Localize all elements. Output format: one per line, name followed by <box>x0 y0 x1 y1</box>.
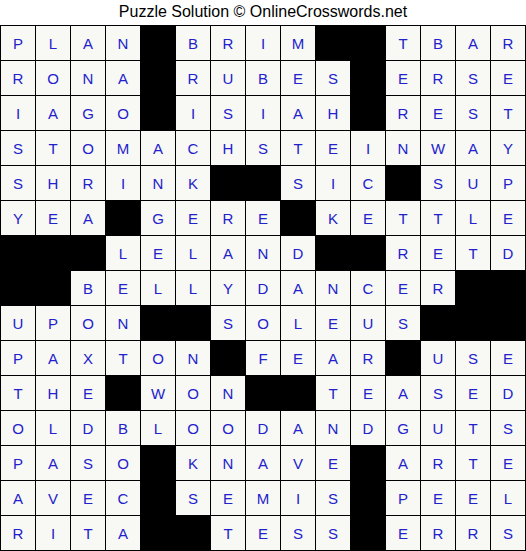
black-cell <box>386 341 420 375</box>
letter-cell: S <box>316 61 350 95</box>
letter-cell: B <box>421 26 455 60</box>
letter-cell: N <box>246 236 280 270</box>
letter-cell: A <box>36 341 70 375</box>
letter-cell: G <box>71 96 105 130</box>
letter-cell: R <box>386 96 420 130</box>
letter-cell: D <box>281 236 315 270</box>
letter-cell: D <box>351 411 385 445</box>
letter-cell: S <box>1 166 35 200</box>
letter-cell: O <box>176 376 210 410</box>
letter-cell: L <box>281 306 315 340</box>
letter-cell: S <box>491 516 525 550</box>
letter-cell: E <box>141 236 175 270</box>
letter-cell: S <box>246 131 280 165</box>
letter-cell: K <box>176 166 210 200</box>
black-cell <box>316 236 350 270</box>
letter-cell: E <box>176 201 210 235</box>
letter-cell: M <box>106 131 140 165</box>
letter-cell: E <box>491 341 525 375</box>
letter-cell: L <box>36 26 70 60</box>
letter-cell: R <box>1 61 35 95</box>
letter-cell: N <box>386 131 420 165</box>
black-cell <box>211 166 245 200</box>
letter-cell: E <box>421 96 455 130</box>
letter-cell: P <box>1 341 35 375</box>
letter-cell: E <box>351 201 385 235</box>
letter-cell: S <box>456 96 490 130</box>
black-cell <box>316 26 350 60</box>
letter-cell: S <box>456 341 490 375</box>
letter-cell: B <box>246 61 280 95</box>
letter-cell: S <box>211 306 245 340</box>
black-cell <box>281 201 315 235</box>
letter-cell: A <box>36 96 70 130</box>
letter-cell: E <box>386 516 420 550</box>
letter-cell: S <box>456 61 490 95</box>
letter-cell: D <box>491 376 525 410</box>
letter-cell: A <box>36 446 70 480</box>
letter-cell: T <box>316 376 350 410</box>
letter-cell: K <box>176 446 210 480</box>
letter-cell: P <box>1 26 35 60</box>
letter-cell: L <box>141 411 175 445</box>
letter-cell: S <box>421 166 455 200</box>
letter-cell: A <box>316 341 350 375</box>
letter-cell: L <box>141 271 175 305</box>
letter-cell: L <box>176 271 210 305</box>
letter-cell: N <box>211 446 245 480</box>
letter-cell: A <box>1 481 35 515</box>
letter-cell: G <box>386 411 420 445</box>
letter-cell: E <box>316 446 350 480</box>
letter-cell: E <box>421 481 455 515</box>
letter-cell: P <box>491 166 525 200</box>
letter-cell: N <box>141 166 175 200</box>
letter-cell: D <box>246 271 280 305</box>
letter-cell: T <box>281 131 315 165</box>
letter-cell: R <box>1 516 35 550</box>
letter-cell: S <box>316 516 350 550</box>
letter-cell: W <box>141 376 175 410</box>
letter-cell: S <box>421 376 455 410</box>
letter-cell: O <box>106 446 140 480</box>
letter-cell: F <box>246 341 280 375</box>
letter-cell: A <box>281 271 315 305</box>
letter-cell: A <box>71 201 105 235</box>
letter-cell: T <box>106 341 140 375</box>
black-cell <box>176 306 210 340</box>
letter-cell: R <box>211 201 245 235</box>
letter-cell: R <box>421 271 455 305</box>
letter-cell: T <box>36 131 70 165</box>
letter-cell: L <box>456 201 490 235</box>
letter-cell: Y <box>491 131 525 165</box>
letter-cell: I <box>176 96 210 130</box>
black-cell <box>141 61 175 95</box>
letter-cell: C <box>106 481 140 515</box>
letter-cell: S <box>386 306 420 340</box>
letter-cell: B <box>106 411 140 445</box>
letter-cell: L <box>36 411 70 445</box>
black-cell <box>1 236 35 270</box>
letter-cell: U <box>421 341 455 375</box>
letter-cell: N <box>176 341 210 375</box>
letter-cell: E <box>316 306 350 340</box>
black-cell <box>106 201 140 235</box>
letter-cell: N <box>211 376 245 410</box>
letter-cell: R <box>491 26 525 60</box>
letter-cell: E <box>386 61 420 95</box>
letter-cell: S <box>491 411 525 445</box>
letter-cell: H <box>36 376 70 410</box>
black-cell <box>36 271 70 305</box>
letter-cell: E <box>71 376 105 410</box>
letter-cell: C <box>351 166 385 200</box>
letter-cell: P <box>386 481 420 515</box>
black-cell <box>211 341 245 375</box>
black-cell <box>456 306 490 340</box>
letter-cell: E <box>421 236 455 270</box>
letter-cell: M <box>246 481 280 515</box>
letter-cell: H <box>36 166 70 200</box>
letter-cell: R <box>176 61 210 95</box>
letter-cell: D <box>246 411 280 445</box>
letter-cell: K <box>316 201 350 235</box>
letter-cell: I <box>106 166 140 200</box>
black-cell <box>491 271 525 305</box>
letter-cell: U <box>211 61 245 95</box>
letter-cell: A <box>281 96 315 130</box>
letter-cell: N <box>106 306 140 340</box>
letter-cell: H <box>211 131 245 165</box>
letter-cell: A <box>71 26 105 60</box>
letter-cell: A <box>456 131 490 165</box>
letter-cell: Y <box>211 271 245 305</box>
letter-cell: E <box>211 481 245 515</box>
letter-cell: X <box>71 341 105 375</box>
letter-cell: T <box>1 376 35 410</box>
letter-cell: I <box>281 481 315 515</box>
black-cell <box>246 376 280 410</box>
black-cell <box>141 481 175 515</box>
black-cell <box>106 376 140 410</box>
letter-cell: T <box>491 96 525 130</box>
letter-cell: I <box>246 96 280 130</box>
black-cell <box>1 271 35 305</box>
letter-cell: R <box>211 26 245 60</box>
letter-cell: O <box>36 61 70 95</box>
black-cell <box>141 306 175 340</box>
black-cell <box>141 516 175 550</box>
letter-cell: A <box>106 61 140 95</box>
letter-cell: D <box>71 411 105 445</box>
letter-cell: T <box>456 446 490 480</box>
letter-cell: N <box>316 271 350 305</box>
letter-cell: A <box>456 26 490 60</box>
letter-cell: A <box>386 446 420 480</box>
black-cell <box>351 236 385 270</box>
letter-cell: T <box>211 516 245 550</box>
letter-cell: U <box>1 306 35 340</box>
letter-cell: R <box>71 166 105 200</box>
letter-cell: S <box>281 166 315 200</box>
letter-cell: E <box>491 446 525 480</box>
letter-cell: T <box>71 516 105 550</box>
letter-cell: O <box>176 411 210 445</box>
letter-cell: R <box>421 446 455 480</box>
letter-cell: H <box>316 96 350 130</box>
letter-cell: Y <box>1 201 35 235</box>
black-cell <box>491 306 525 340</box>
letter-cell: T <box>421 201 455 235</box>
black-cell <box>351 96 385 130</box>
letter-cell: U <box>456 166 490 200</box>
letter-cell: L <box>491 481 525 515</box>
black-cell <box>351 26 385 60</box>
black-cell <box>176 516 210 550</box>
letter-cell: A <box>281 411 315 445</box>
letter-cell: S <box>281 516 315 550</box>
letter-cell: S <box>71 446 105 480</box>
letter-cell: E <box>351 376 385 410</box>
letter-cell: O <box>71 131 105 165</box>
letter-cell: U <box>351 306 385 340</box>
letter-cell: T <box>456 411 490 445</box>
black-cell <box>141 446 175 480</box>
letter-cell: R <box>386 236 420 270</box>
black-cell <box>351 481 385 515</box>
letter-cell: C <box>176 131 210 165</box>
letter-cell: W <box>421 131 455 165</box>
letter-cell: R <box>351 341 385 375</box>
letter-cell: T <box>456 236 490 270</box>
letter-cell: V <box>36 481 70 515</box>
letter-cell: G <box>141 201 175 235</box>
letter-cell: I <box>316 166 350 200</box>
letter-cell: I <box>36 516 70 550</box>
letter-cell: C <box>351 271 385 305</box>
letter-cell: R <box>456 516 490 550</box>
black-cell <box>36 236 70 270</box>
letter-cell: E <box>106 271 140 305</box>
letter-cell: L <box>106 236 140 270</box>
letter-cell: A <box>386 376 420 410</box>
letter-cell: E <box>281 341 315 375</box>
letter-cell: E <box>281 61 315 95</box>
black-cell <box>351 446 385 480</box>
letter-cell: P <box>1 446 35 480</box>
letter-cell: I <box>246 26 280 60</box>
letter-cell: E <box>386 271 420 305</box>
letter-cell: E <box>456 481 490 515</box>
black-cell <box>351 61 385 95</box>
letter-cell: S <box>176 481 210 515</box>
black-cell <box>386 166 420 200</box>
letter-cell: E <box>491 61 525 95</box>
letter-cell: O <box>211 411 245 445</box>
letter-cell: B <box>176 26 210 60</box>
letter-cell: O <box>246 306 280 340</box>
letter-cell: T <box>386 201 420 235</box>
page-title: Puzzle Solution © OnlineCrosswords.net <box>0 0 526 25</box>
black-cell <box>281 376 315 410</box>
letter-cell: E <box>246 516 280 550</box>
letter-cell: N <box>316 411 350 445</box>
letter-cell: S <box>316 481 350 515</box>
letter-cell: N <box>106 26 140 60</box>
letter-cell: D <box>491 236 525 270</box>
letter-cell: N <box>71 61 105 95</box>
letter-cell: I <box>1 96 35 130</box>
black-cell <box>456 271 490 305</box>
puzzle-solution-page: Puzzle Solution © OnlineCrosswords.net P… <box>0 0 526 551</box>
letter-cell: E <box>36 201 70 235</box>
letter-cell: B <box>71 271 105 305</box>
crossword-grid: PLANBRIMTBARRONARUBESERSEIAGOISIAHRESTST… <box>0 25 526 551</box>
letter-cell: R <box>421 61 455 95</box>
letter-cell: O <box>1 411 35 445</box>
letter-cell: U <box>421 411 455 445</box>
letter-cell: E <box>491 201 525 235</box>
letter-cell: R <box>421 516 455 550</box>
black-cell <box>71 236 105 270</box>
letter-cell: O <box>141 341 175 375</box>
letter-cell: E <box>246 201 280 235</box>
letter-cell: I <box>351 131 385 165</box>
letter-cell: T <box>386 26 420 60</box>
letter-cell: A <box>141 131 175 165</box>
letter-cell: S <box>211 96 245 130</box>
black-cell <box>141 26 175 60</box>
letter-cell: A <box>246 446 280 480</box>
black-cell <box>141 96 175 130</box>
letter-cell: M <box>281 26 315 60</box>
black-cell <box>246 166 280 200</box>
letter-cell: S <box>1 131 35 165</box>
letter-cell: P <box>36 306 70 340</box>
black-cell <box>351 516 385 550</box>
letter-cell: E <box>316 131 350 165</box>
letter-cell: E <box>456 376 490 410</box>
letter-cell: O <box>106 96 140 130</box>
black-cell <box>421 306 455 340</box>
letter-cell: A <box>211 236 245 270</box>
letter-cell: O <box>71 306 105 340</box>
letter-cell: V <box>281 446 315 480</box>
letter-cell: A <box>106 516 140 550</box>
letter-cell: E <box>71 481 105 515</box>
letter-cell: L <box>176 236 210 270</box>
